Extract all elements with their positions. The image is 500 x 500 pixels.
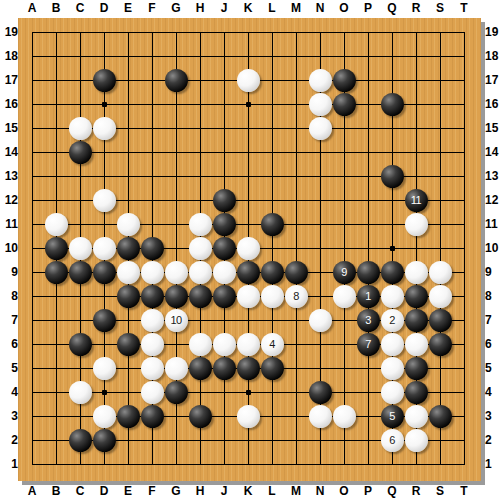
coord-label-bottom-P: P [357,484,379,498]
stone-white-R11 [405,213,428,236]
stone-black-G4 [165,381,188,404]
stone-black-H8 [189,285,212,308]
coord-label-left-5: 5 [0,361,18,375]
grid-vline [296,33,297,464]
stone-black-L5 [261,357,284,380]
stone-black-R8 [405,285,428,308]
stone-black-F3 [141,405,164,428]
stone-white-N17 [309,69,332,92]
move-number-7: 7 [365,339,371,350]
stone-white-C15 [69,117,92,140]
stone-black-B9 [45,261,68,284]
stone-black-R4 [405,381,428,404]
coord-label-left-12: 12 [0,193,18,207]
stone-white-H10 [189,237,212,260]
coord-label-bottom-C: C [69,484,91,498]
stone-black-S6 [429,333,452,356]
stone-black-R12: 11 [405,189,428,212]
grid-vline [368,33,369,464]
coord-label-bottom-D: D [93,484,115,498]
stone-white-R2 [405,429,428,452]
stone-white-C10 [69,237,92,260]
coord-label-top-D: D [93,1,115,15]
stone-black-Q16 [381,93,404,116]
coord-label-left-6: 6 [0,337,18,351]
stone-white-S9 [429,261,452,284]
coord-label-top-H: H [189,1,211,15]
move-number-3: 3 [365,315,371,326]
stone-black-P7: 3 [357,309,380,332]
stone-black-D7 [93,309,116,332]
go-board[interactable]: 1198110324756 [18,18,481,481]
stone-white-S8 [429,285,452,308]
coord-label-right-8: 8 [485,289,500,303]
stone-white-K10 [237,237,260,260]
stone-white-R9 [405,261,428,284]
coord-label-right-11: 11 [485,217,500,231]
coord-label-right-16: 16 [485,97,500,111]
stone-black-J5 [213,357,236,380]
coord-label-bottom-L: L [261,484,283,498]
stone-black-D17 [93,69,116,92]
stone-white-K8 [237,285,260,308]
coord-label-left-11: 11 [0,217,18,231]
coord-label-right-14: 14 [485,145,500,159]
move-number-2: 2 [389,315,395,326]
stone-white-G5 [165,357,188,380]
coord-label-top-O: O [333,1,355,15]
stone-black-G17 [165,69,188,92]
stone-black-C2 [69,429,92,452]
stone-white-L8 [261,285,284,308]
coord-label-right-7: 7 [485,313,500,327]
stone-white-N7 [309,309,332,332]
stone-white-Q8 [381,285,404,308]
stone-white-R3 [405,405,428,428]
stone-black-O16 [333,93,356,116]
stone-white-N15 [309,117,332,140]
coord-label-right-2: 2 [485,433,500,447]
coord-label-top-Q: Q [381,1,403,15]
coord-label-top-R: R [405,1,427,15]
stone-black-G8 [165,285,188,308]
stone-white-F7 [141,309,164,332]
stone-white-K6 [237,333,260,356]
coord-label-bottom-E: E [117,484,139,498]
coord-label-right-1: 1 [485,457,500,471]
stone-white-D15 [93,117,116,140]
coord-label-left-10: 10 [0,241,18,255]
move-number-1: 1 [365,291,371,302]
coord-label-left-9: 9 [0,265,18,279]
stone-black-Q3: 5 [381,405,404,428]
move-number-6: 6 [389,435,395,446]
stone-black-B10 [45,237,68,260]
coord-label-top-G: G [165,1,187,15]
stone-white-O3 [333,405,356,428]
stone-white-E9 [117,261,140,284]
coord-label-right-12: 12 [485,193,500,207]
stone-black-F10 [141,237,164,260]
stone-black-O17 [333,69,356,92]
grid-vline [440,33,441,464]
coord-label-top-L: L [261,1,283,15]
stone-white-L6: 4 [261,333,284,356]
stone-white-J9 [213,261,236,284]
coord-label-bottom-M: M [285,484,307,498]
stone-black-K5 [237,357,260,380]
coord-label-top-C: C [69,1,91,15]
move-number-9: 9 [341,267,347,278]
star-point-D16 [102,102,107,107]
coord-label-bottom-K: K [237,484,259,498]
stone-black-M9 [285,261,308,284]
stone-black-C6 [69,333,92,356]
coord-label-left-4: 4 [0,385,18,399]
stone-black-L9 [261,261,284,284]
coord-label-left-1: 1 [0,457,18,471]
coord-label-left-2: 2 [0,433,18,447]
coord-label-bottom-J: J [213,484,235,498]
stone-white-F6 [141,333,164,356]
stone-white-H11 [189,213,212,236]
coord-label-right-3: 3 [485,409,500,423]
stone-black-D2 [93,429,116,452]
stone-white-F9 [141,261,164,284]
stone-white-Q7: 2 [381,309,404,332]
stone-black-E10 [117,237,140,260]
stone-black-N4 [309,381,332,404]
coord-label-top-J: J [213,1,235,15]
coord-label-bottom-N: N [309,484,331,498]
stone-white-K17 [237,69,260,92]
stone-black-P9 [357,261,380,284]
stone-white-K3 [237,405,260,428]
stone-black-J11 [213,213,236,236]
stone-black-J10 [213,237,236,260]
coord-label-top-N: N [309,1,331,15]
stone-black-R7 [405,309,428,332]
stone-white-G7: 10 [165,309,188,332]
stone-white-N16 [309,93,332,116]
stone-black-C14 [69,141,92,164]
star-point-Q10 [390,246,395,251]
coord-label-right-4: 4 [485,385,500,399]
star-point-D4 [102,390,107,395]
coord-label-top-M: M [285,1,307,15]
stone-black-F8 [141,285,164,308]
stone-white-O8 [333,285,356,308]
stone-white-Q6 [381,333,404,356]
coord-label-bottom-A: A [21,484,43,498]
stone-black-E8 [117,285,140,308]
stone-white-F5 [141,357,164,380]
stone-black-D9 [93,261,116,284]
stone-white-M8: 8 [285,285,308,308]
stone-white-H6 [189,333,212,356]
stone-black-S3 [429,405,452,428]
coord-label-top-F: F [141,1,163,15]
star-point-K16 [246,102,251,107]
coord-label-left-19: 19 [0,25,18,39]
stone-white-G9 [165,261,188,284]
coord-label-top-K: K [237,1,259,15]
stone-white-J6 [213,333,236,356]
stone-black-K9 [237,261,260,284]
stone-white-Q2: 6 [381,429,404,452]
stone-black-L11 [261,213,284,236]
stone-black-E3 [117,405,140,428]
coord-label-right-18: 18 [485,49,500,63]
coord-label-bottom-B: B [45,484,67,498]
coord-label-bottom-H: H [189,484,211,498]
move-number-10: 10 [170,315,181,326]
coord-label-left-3: 3 [0,409,18,423]
stone-black-Q13 [381,165,404,188]
stone-white-D5 [93,357,116,380]
stone-black-J12 [213,189,236,212]
stone-white-E11 [117,213,140,236]
coord-label-top-E: E [117,1,139,15]
stone-black-E6 [117,333,140,356]
coord-label-left-14: 14 [0,145,18,159]
stone-black-J8 [213,285,236,308]
go-diagram: 1198110324756 ABCDEFGHJKLMNOPQRST ABCDEF… [0,0,500,500]
coord-label-left-15: 15 [0,121,18,135]
stone-black-R5 [405,357,428,380]
coord-label-right-10: 10 [485,241,500,255]
coord-label-right-9: 9 [485,265,500,279]
coord-label-top-P: P [357,1,379,15]
stone-black-P6: 7 [357,333,380,356]
stone-black-H3 [189,405,212,428]
coord-label-left-17: 17 [0,73,18,87]
stone-black-P8: 1 [357,285,380,308]
coord-label-left-18: 18 [0,49,18,63]
move-number-8: 8 [293,291,299,302]
coord-label-bottom-S: S [429,484,451,498]
coord-label-bottom-T: T [453,484,475,498]
coord-label-bottom-F: F [141,484,163,498]
coord-label-right-6: 6 [485,337,500,351]
stone-white-Q4 [381,381,404,404]
coord-label-right-17: 17 [485,73,500,87]
stone-black-Q9 [381,261,404,284]
move-number-5: 5 [389,411,395,422]
coord-label-right-15: 15 [485,121,500,135]
stone-white-N3 [309,405,332,428]
stone-black-C9 [69,261,92,284]
stone-white-R6 [405,333,428,356]
coord-label-top-A: A [21,1,43,15]
coord-label-bottom-R: R [405,484,427,498]
stone-black-O9: 9 [333,261,356,284]
coord-label-right-13: 13 [485,169,500,183]
move-number-4: 4 [269,339,275,350]
stone-white-H9 [189,261,212,284]
coord-label-left-8: 8 [0,289,18,303]
stone-white-D10 [93,237,116,260]
move-number-11: 11 [411,195,421,206]
grid-vline [272,33,273,464]
coord-label-bottom-O: O [333,484,355,498]
coord-label-right-19: 19 [485,25,500,39]
star-point-K4 [246,390,251,395]
coord-label-bottom-Q: Q [381,484,403,498]
stone-white-F4 [141,381,164,404]
coord-label-bottom-G: G [165,484,187,498]
stone-black-S7 [429,309,452,332]
coord-label-left-13: 13 [0,169,18,183]
stone-black-H5 [189,357,212,380]
coord-label-top-B: B [45,1,67,15]
stone-white-D12 [93,189,116,212]
coord-label-top-S: S [429,1,451,15]
coord-label-top-T: T [453,1,475,15]
stone-white-D3 [93,405,116,428]
coord-label-right-5: 5 [485,361,500,375]
stone-white-C4 [69,381,92,404]
stone-white-Q5 [381,357,404,380]
stone-white-B11 [45,213,68,236]
coord-label-left-7: 7 [0,313,18,327]
coord-label-left-16: 16 [0,97,18,111]
